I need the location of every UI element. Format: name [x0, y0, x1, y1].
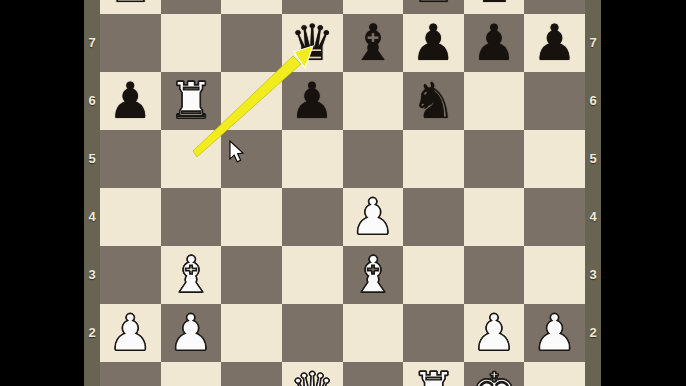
- square-d8[interactable]: [282, 0, 343, 14]
- square-a8[interactable]: ♜: [100, 0, 161, 14]
- square-h7[interactable]: ♟: [524, 14, 585, 72]
- rank-label-3-right: 3: [584, 267, 602, 283]
- piece-black-b-e7: ♝: [350, 14, 395, 72]
- square-e6[interactable]: [343, 72, 404, 130]
- rank-label-7-right: 7: [584, 35, 602, 51]
- rank-label-5-right: 5: [584, 151, 602, 167]
- rank-label-4-right: 4: [584, 209, 602, 225]
- piece-white-p-h2: ♟: [532, 304, 577, 362]
- square-c6[interactable]: [221, 72, 282, 130]
- square-g1[interactable]: ♚: [464, 362, 525, 386]
- rank-label-5-left: 5: [83, 151, 101, 167]
- piece-white-p-b2: ♟: [169, 304, 214, 362]
- piece-black-r-a8: ♜: [108, 0, 153, 14]
- square-f1[interactable]: ♜: [403, 362, 464, 386]
- square-b8[interactable]: [161, 0, 222, 14]
- piece-black-k-g8: ♚: [472, 0, 517, 14]
- square-h5[interactable]: [524, 130, 585, 188]
- square-f5[interactable]: [403, 130, 464, 188]
- square-e5[interactable]: [343, 130, 404, 188]
- square-h4[interactable]: [524, 188, 585, 246]
- square-d7[interactable]: ♛: [282, 14, 343, 72]
- square-a4[interactable]: [100, 188, 161, 246]
- piece-black-n-f6: ♞: [411, 72, 456, 130]
- square-a1[interactable]: [100, 362, 161, 386]
- square-c3[interactable]: [221, 246, 282, 304]
- square-g6[interactable]: [464, 72, 525, 130]
- piece-black-q-d7: ♛: [290, 14, 335, 72]
- square-b2[interactable]: ♟: [161, 304, 222, 362]
- piece-white-p-a2: ♟: [108, 304, 153, 362]
- piece-white-p-e4: ♟: [350, 188, 395, 246]
- square-b5[interactable]: [161, 130, 222, 188]
- piece-black-p-d6: ♟: [290, 72, 335, 130]
- square-g4[interactable]: [464, 188, 525, 246]
- square-g2[interactable]: ♟: [464, 304, 525, 362]
- square-b4[interactable]: [161, 188, 222, 246]
- piece-black-r-f8: ♜: [411, 0, 456, 14]
- square-g8[interactable]: ♚: [464, 0, 525, 14]
- rank-label-2-left: 2: [83, 325, 101, 341]
- square-f8[interactable]: ♜: [403, 0, 464, 14]
- rank-label-2-right: 2: [584, 325, 602, 341]
- square-c7[interactable]: [221, 14, 282, 72]
- square-d2[interactable]: [282, 304, 343, 362]
- square-h3[interactable]: [524, 246, 585, 304]
- square-a2[interactable]: ♟: [100, 304, 161, 362]
- square-c1[interactable]: [221, 362, 282, 386]
- square-c8[interactable]: [221, 0, 282, 14]
- square-g3[interactable]: [464, 246, 525, 304]
- square-f7[interactable]: ♟: [403, 14, 464, 72]
- square-f4[interactable]: [403, 188, 464, 246]
- piece-white-b-e3: ♝: [350, 246, 395, 304]
- square-b7[interactable]: [161, 14, 222, 72]
- piece-black-p-g7: ♟: [472, 14, 517, 72]
- square-a7[interactable]: [100, 14, 161, 72]
- square-e1[interactable]: [343, 362, 404, 386]
- square-e4[interactable]: ♟: [343, 188, 404, 246]
- square-b3[interactable]: ♝: [161, 246, 222, 304]
- piece-white-q-d1: ♛: [290, 362, 335, 386]
- square-b1[interactable]: [161, 362, 222, 386]
- square-f3[interactable]: [403, 246, 464, 304]
- square-g5[interactable]: [464, 130, 525, 188]
- chess-board[interactable]: ♜♜♚♛♝♟♟♟♟♜♟♞♟♝♝♟♟♟♟♛♜♚: [100, 0, 585, 386]
- square-f2[interactable]: [403, 304, 464, 362]
- square-d5[interactable]: [282, 130, 343, 188]
- square-h8[interactable]: [524, 0, 585, 14]
- piece-white-p-g2: ♟: [472, 304, 517, 362]
- square-e8[interactable]: [343, 0, 404, 14]
- piece-white-r-f1: ♜: [411, 362, 456, 386]
- square-b6[interactable]: ♜: [161, 72, 222, 130]
- piece-white-k-g1: ♚: [472, 362, 517, 386]
- square-c5[interactable]: [221, 130, 282, 188]
- rank-label-3-left: 3: [83, 267, 101, 283]
- square-d4[interactable]: [282, 188, 343, 246]
- square-d3[interactable]: [282, 246, 343, 304]
- square-a3[interactable]: [100, 246, 161, 304]
- rank-label-6-left: 6: [83, 93, 101, 109]
- square-c4[interactable]: [221, 188, 282, 246]
- square-e3[interactable]: ♝: [343, 246, 404, 304]
- square-g7[interactable]: ♟: [464, 14, 525, 72]
- piece-black-p-a6: ♟: [108, 72, 153, 130]
- piece-black-p-h7: ♟: [532, 14, 577, 72]
- piece-black-p-f7: ♟: [411, 14, 456, 72]
- square-d6[interactable]: ♟: [282, 72, 343, 130]
- square-f6[interactable]: ♞: [403, 72, 464, 130]
- square-e7[interactable]: ♝: [343, 14, 404, 72]
- rank-label-7-left: 7: [83, 35, 101, 51]
- square-a6[interactable]: ♟: [100, 72, 161, 130]
- square-c2[interactable]: [221, 304, 282, 362]
- square-d1[interactable]: ♛: [282, 362, 343, 386]
- piece-white-b-b3: ♝: [169, 246, 214, 304]
- square-h6[interactable]: [524, 72, 585, 130]
- rank-label-4-left: 4: [83, 209, 101, 225]
- square-h2[interactable]: ♟: [524, 304, 585, 362]
- square-h1[interactable]: [524, 362, 585, 386]
- square-a5[interactable]: [100, 130, 161, 188]
- square-e2[interactable]: [343, 304, 404, 362]
- piece-white-r-b6: ♜: [169, 72, 214, 130]
- rank-label-6-right: 6: [584, 93, 602, 109]
